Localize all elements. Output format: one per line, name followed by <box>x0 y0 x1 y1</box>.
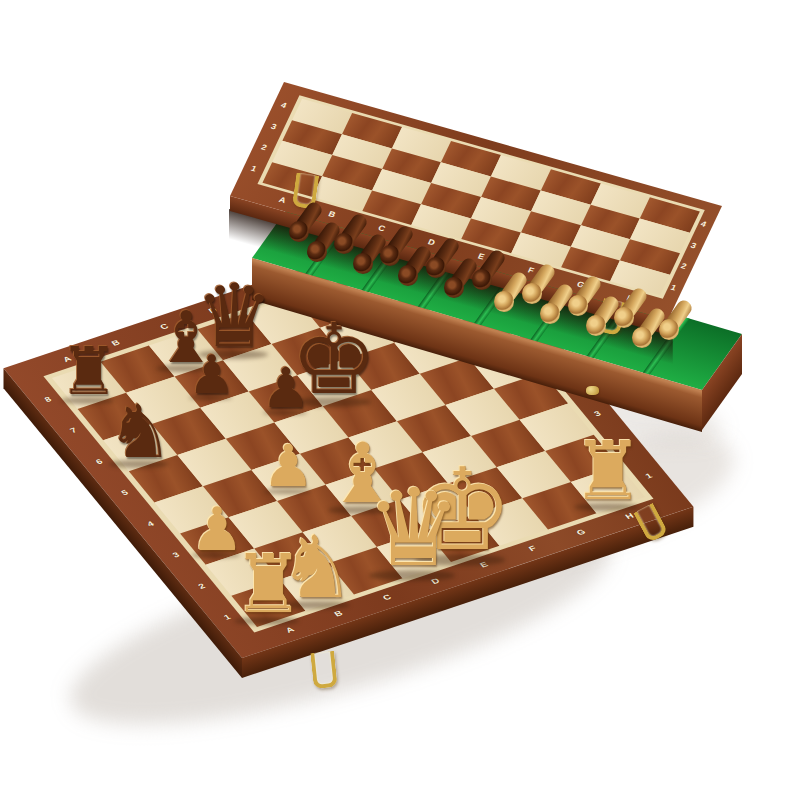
stored-piece-base <box>568 295 588 316</box>
lid-rank-label-left-1: 1 <box>250 164 259 173</box>
lid-file-label-F: F <box>526 266 535 275</box>
white-queen-d1: ♛ <box>360 475 467 582</box>
rank-label-left-3: 3 <box>171 551 182 559</box>
file-label-bottom-C: C <box>381 593 394 602</box>
white-rook-a1: ♜ <box>228 544 309 625</box>
stored-piece-base <box>426 257 446 278</box>
file-label-bottom-F: F <box>527 544 539 553</box>
lid-rank-label-right-3: 3 <box>689 240 698 249</box>
lid-file-label-A: A <box>277 195 287 205</box>
lid-file-label-D: D <box>427 237 437 247</box>
knight-icon: ♞ <box>103 394 177 468</box>
board-latch-front <box>310 651 338 689</box>
lid-rank-label-left-2: 2 <box>260 143 269 152</box>
queen-icon: ♛ <box>360 475 467 582</box>
stored-piece-base <box>614 307 634 328</box>
stored-piece-base <box>289 221 309 242</box>
stored-piece-base <box>632 327 652 348</box>
white-pawn-c4: ♟ <box>260 437 318 495</box>
lid-rank-label-right-2: 2 <box>679 261 688 270</box>
stored-piece-base <box>472 269 492 290</box>
stored-piece-base <box>353 253 373 274</box>
rank-label-left-4: 4 <box>145 519 156 527</box>
lid-rank-label-right-1: 1 <box>669 282 678 291</box>
rook-icon: ♜ <box>567 431 648 512</box>
lid-file-label-B: B <box>327 209 337 219</box>
pawn-icon: ♟ <box>260 437 318 495</box>
rank-label-left-2: 2 <box>196 582 207 590</box>
stored-piece-base <box>540 303 560 324</box>
stored-piece-base <box>586 315 606 336</box>
black-knight-a6: ♞ <box>103 394 177 468</box>
black-pawn-d6: ♟ <box>258 361 313 416</box>
rank-label-left-8: 8 <box>42 395 53 403</box>
file-label-bottom-G: G <box>575 528 588 537</box>
lid-rank-label-left-3: 3 <box>270 122 279 131</box>
rank-label-left-5: 5 <box>119 488 130 496</box>
chess-set-photo: AA88BB77CC66DD55EE44FF33GG22HH11 ABCDEFG… <box>0 0 800 800</box>
stored-piece-base <box>307 241 327 262</box>
pawn-icon: ♟ <box>258 361 313 416</box>
lid-rank-label-left-4: 4 <box>280 101 289 110</box>
stored-piece-base <box>522 283 542 304</box>
rank-label-left-7: 7 <box>68 426 79 434</box>
pawn-icon: ♟ <box>185 348 238 401</box>
lid-file-label-E: E <box>476 252 486 262</box>
case-catch-plate <box>586 386 599 395</box>
lid-rank-label-right-4: 4 <box>699 219 708 228</box>
lid-file-label-C: C <box>377 223 387 233</box>
rook-icon: ♜ <box>228 544 309 625</box>
rank-label-right-3: 3 <box>592 409 603 417</box>
white-rook-h1: ♜ <box>567 431 648 512</box>
black-pawn-c7: ♟ <box>185 348 238 401</box>
